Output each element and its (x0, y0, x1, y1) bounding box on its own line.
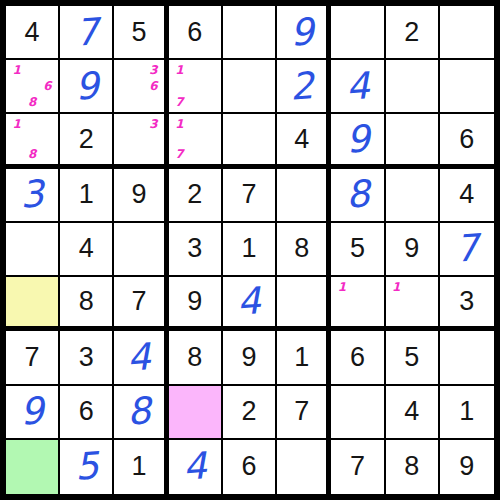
given-digit: 2 (404, 19, 419, 46)
pencil-mark-8: 8 (24, 147, 39, 162)
pencil-mark-8: 8 (24, 94, 39, 110)
cell-r8c9[interactable]: 1 (440, 386, 494, 440)
given-digit: 3 (459, 288, 474, 315)
cell-r3c9[interactable]: 6 (440, 114, 494, 168)
given-digit: 8 (79, 288, 94, 315)
given-digit: 9 (404, 235, 419, 262)
green-highlight-cell-r9c1[interactable] (6, 440, 60, 494)
given-digit: 5 (404, 344, 419, 371)
cell-r3c3[interactable]: 3 (114, 114, 168, 168)
cell-r9c5[interactable]: 6 (223, 440, 277, 494)
cell-r6c4[interactable]: 9 (169, 277, 223, 331)
given-digit: 7 (25, 344, 40, 371)
pencil-marks: 36 (117, 62, 160, 110)
user-digit: 4 (236, 282, 262, 321)
cell-r6c3[interactable]: 7 (114, 277, 168, 331)
user-digit: 7 (454, 230, 480, 269)
given-digit: 8 (294, 235, 309, 262)
cell-r1c9[interactable] (440, 6, 494, 60)
given-digit: 9 (132, 181, 147, 208)
pencil-marks: 1 (334, 279, 380, 324)
pencil-marks: 168 (9, 62, 55, 110)
user-digit: 3 (19, 175, 45, 214)
yellow-highlight-cell-r6c1[interactable] (6, 277, 60, 331)
cell-r3c5[interactable] (223, 114, 277, 168)
cell-r1c3[interactable]: 5 (114, 6, 168, 60)
given-digit: 4 (404, 398, 419, 425)
cell-r3c6[interactable]: 4 (277, 114, 331, 168)
given-digit: 3 (79, 344, 94, 371)
user-digit: 8 (126, 392, 152, 431)
given-digit: 9 (459, 453, 474, 480)
cell-r2c1[interactable]: 168 (6, 60, 60, 114)
pencil-mark-3: 3 (146, 116, 160, 131)
given-digit: 6 (79, 398, 94, 425)
cell-r8c7[interactable] (331, 386, 385, 440)
cell-r1c5[interactable] (223, 6, 277, 60)
cell-r1c1[interactable]: 4 (6, 6, 60, 60)
pencil-mark-6: 6 (40, 78, 55, 94)
cell-r9c6[interactable] (277, 440, 331, 494)
cell-r1c8[interactable]: 2 (386, 6, 440, 60)
pencil-mark-6: 6 (146, 78, 160, 94)
cell-r2c7[interactable]: 4 (331, 60, 385, 114)
cell-r9c2[interactable]: 5 (60, 440, 114, 494)
cell-r1c7[interactable] (331, 6, 385, 60)
cell-r7c7[interactable]: 6 (331, 331, 385, 385)
given-digit: 5 (132, 19, 147, 46)
given-digit: 1 (241, 235, 256, 262)
cell-r7c9[interactable] (440, 331, 494, 385)
given-digit: 1 (132, 453, 147, 480)
cell-r5c6[interactable]: 8 (277, 223, 331, 277)
cell-r3c2[interactable]: 2 (60, 114, 114, 168)
sudoku-board: 4756921689361724182317496319278443185978… (0, 0, 500, 500)
pencil-marks: 1 (389, 279, 435, 324)
cell-r6c9[interactable]: 3 (440, 277, 494, 331)
cell-r8c6[interactable]: 7 (277, 386, 331, 440)
given-digit: 3 (187, 235, 202, 262)
cell-r7c5[interactable]: 9 (223, 331, 277, 385)
pencil-marks: 3 (117, 116, 160, 161)
pencil-mark-1: 1 (389, 279, 404, 294)
given-digit: 4 (79, 235, 94, 262)
user-digit: 8 (344, 175, 370, 214)
user-digit: 9 (19, 392, 45, 431)
user-digit: 4 (126, 338, 152, 377)
cell-r2c4[interactable]: 17 (169, 60, 223, 114)
cell-r8c8[interactable]: 4 (386, 386, 440, 440)
cell-r7c4[interactable]: 8 (169, 331, 223, 385)
cell-r8c2[interactable]: 6 (60, 386, 114, 440)
given-digit: 4 (459, 181, 474, 208)
pink-highlight-cell-r8c4[interactable] (169, 386, 223, 440)
cell-r4c7[interactable]: 8 (331, 169, 385, 223)
given-digit: 6 (459, 126, 474, 153)
cell-r2c8[interactable] (386, 60, 440, 114)
cell-r7c1[interactable]: 7 (6, 331, 60, 385)
cell-r5c7[interactable]: 5 (331, 223, 385, 277)
cell-r4c6[interactable] (277, 169, 331, 223)
given-digit: 7 (132, 288, 147, 315)
cell-r2c6[interactable]: 2 (277, 60, 331, 114)
cell-r3c8[interactable] (386, 114, 440, 168)
cell-r5c4[interactable]: 3 (169, 223, 223, 277)
cell-r5c5[interactable]: 1 (223, 223, 277, 277)
cell-r9c9[interactable]: 9 (440, 440, 494, 494)
given-digit: 8 (404, 453, 419, 480)
user-digit: 9 (289, 13, 315, 52)
given-digit: 9 (241, 344, 256, 371)
given-digit: 6 (187, 19, 202, 46)
user-digit: 9 (344, 120, 370, 159)
cell-r4c5[interactable]: 7 (223, 169, 277, 223)
given-digit: 6 (350, 344, 365, 371)
given-digit: 2 (241, 398, 256, 425)
given-digit: 1 (294, 344, 309, 371)
cell-r7c6[interactable]: 1 (277, 331, 331, 385)
cell-r5c8[interactable]: 9 (386, 223, 440, 277)
cell-r1c2[interactable]: 7 (60, 6, 114, 60)
cell-r8c3[interactable]: 8 (114, 386, 168, 440)
cell-r9c3[interactable]: 1 (114, 440, 168, 494)
cell-r4c2[interactable]: 1 (60, 169, 114, 223)
user-digit: 7 (73, 13, 99, 52)
pencil-mark-7: 7 (172, 94, 187, 110)
cell-r4c1[interactable]: 3 (6, 169, 60, 223)
pencil-mark-1: 1 (172, 62, 187, 78)
pencil-mark-1: 1 (334, 279, 349, 294)
cell-r6c5[interactable]: 4 (223, 277, 277, 331)
cell-r9c8[interactable]: 8 (386, 440, 440, 494)
given-digit: 8 (187, 344, 202, 371)
cell-r4c3[interactable]: 9 (114, 169, 168, 223)
cell-r3c4[interactable]: 17 (169, 114, 223, 168)
cell-r6c2[interactable]: 8 (60, 277, 114, 331)
user-digit: 5 (73, 448, 99, 487)
pencil-marks: 18 (9, 116, 55, 161)
cell-r9c7[interactable]: 7 (331, 440, 385, 494)
given-digit: 4 (25, 19, 40, 46)
given-digit: 4 (294, 126, 309, 153)
cell-r8c1[interactable]: 9 (6, 386, 60, 440)
pencil-mark-1: 1 (9, 62, 24, 78)
cell-r2c2[interactable]: 9 (60, 60, 114, 114)
cell-r5c2[interactable]: 4 (60, 223, 114, 277)
given-digit: 7 (241, 181, 256, 208)
user-digit: 4 (344, 67, 370, 106)
pencil-mark-1: 1 (172, 116, 187, 131)
pencil-marks: 17 (172, 116, 218, 161)
cell-r6c7[interactable]: 1 (331, 277, 385, 331)
pencil-mark-3: 3 (146, 62, 160, 78)
given-digit: 9 (187, 288, 202, 315)
pencil-marks: 17 (172, 62, 218, 110)
pencil-mark-1: 1 (9, 116, 24, 131)
cell-r9c4[interactable]: 4 (169, 440, 223, 494)
cell-r3c1[interactable]: 18 (6, 114, 60, 168)
cell-r5c1[interactable] (6, 223, 60, 277)
cell-r4c8[interactable] (386, 169, 440, 223)
given-digit: 7 (350, 453, 365, 480)
cell-r7c8[interactable]: 5 (386, 331, 440, 385)
given-digit: 2 (187, 181, 202, 208)
cell-r5c3[interactable] (114, 223, 168, 277)
cell-r4c9[interactable]: 4 (440, 169, 494, 223)
cell-r6c8[interactable]: 1 (386, 277, 440, 331)
cell-r2c5[interactable] (223, 60, 277, 114)
given-digit: 7 (294, 398, 309, 425)
user-digit: 4 (182, 448, 208, 487)
cell-r8c5[interactable]: 2 (223, 386, 277, 440)
given-digit: 2 (79, 126, 94, 153)
cell-r1c4[interactable]: 6 (169, 6, 223, 60)
cell-r2c9[interactable] (440, 60, 494, 114)
user-digit: 2 (289, 67, 315, 106)
cell-r6c6[interactable] (277, 277, 331, 331)
given-digit: 1 (79, 181, 94, 208)
given-digit: 5 (350, 235, 365, 262)
cell-r7c2[interactable]: 3 (60, 331, 114, 385)
given-digit: 6 (241, 453, 256, 480)
user-digit: 9 (73, 67, 99, 106)
cell-r7c3[interactable]: 4 (114, 331, 168, 385)
pencil-mark-7: 7 (172, 147, 187, 162)
cell-r1c6[interactable]: 9 (277, 6, 331, 60)
cell-r5c9[interactable]: 7 (440, 223, 494, 277)
given-digit: 1 (459, 398, 474, 425)
cell-r4c4[interactable]: 2 (169, 169, 223, 223)
cell-r3c7[interactable]: 9 (331, 114, 385, 168)
cell-r2c3[interactable]: 36 (114, 60, 168, 114)
